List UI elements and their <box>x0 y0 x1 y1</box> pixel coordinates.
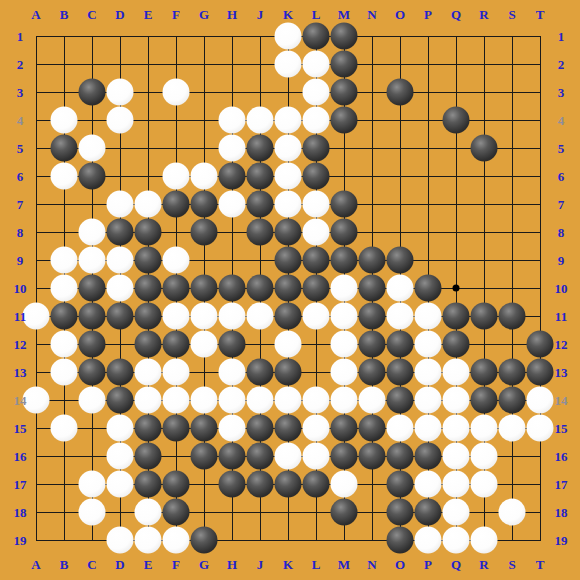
white-stone-K1 <box>275 23 302 50</box>
white-stone-D17 <box>107 471 134 498</box>
black-stone-H6 <box>219 163 246 190</box>
white-stone-F19 <box>163 527 190 554</box>
black-stone-Q11 <box>443 303 470 330</box>
black-stone-G10 <box>191 275 218 302</box>
black-stone-K9 <box>275 247 302 274</box>
white-stone-E13 <box>135 359 162 386</box>
col-label-bottom-F: F <box>172 558 180 571</box>
black-stone-C11 <box>79 303 106 330</box>
row-label-left-11: 11 <box>14 310 26 323</box>
white-stone-B15 <box>51 415 78 442</box>
black-stone-F18 <box>163 499 190 526</box>
white-stone-F13 <box>163 359 190 386</box>
white-stone-Q18 <box>443 499 470 526</box>
white-stone-C18 <box>79 499 106 526</box>
white-stone-M13 <box>331 359 358 386</box>
white-stone-L16 <box>303 443 330 470</box>
black-stone-O17 <box>387 471 414 498</box>
white-stone-D10 <box>107 275 134 302</box>
black-stone-J15 <box>247 415 274 442</box>
black-stone-O9 <box>387 247 414 274</box>
col-label-top-E: E <box>144 8 153 21</box>
white-stone-L2 <box>303 51 330 78</box>
row-label-left-2: 2 <box>17 58 24 71</box>
white-stone-L14 <box>303 387 330 414</box>
white-stone-D7 <box>107 191 134 218</box>
white-stone-G14 <box>191 387 218 414</box>
black-stone-M4 <box>331 107 358 134</box>
col-label-top-J: J <box>257 8 264 21</box>
black-stone-L17 <box>303 471 330 498</box>
white-stone-E18 <box>135 499 162 526</box>
white-stone-B9 <box>51 247 78 274</box>
white-stone-C8 <box>79 219 106 246</box>
black-stone-H17 <box>219 471 246 498</box>
black-stone-G16 <box>191 443 218 470</box>
black-stone-O16 <box>387 443 414 470</box>
white-stone-J4 <box>247 107 274 134</box>
row-label-right-7: 7 <box>558 198 565 211</box>
row-label-left-7: 7 <box>17 198 24 211</box>
row-label-right-4: 4 <box>558 114 565 127</box>
white-stone-K7 <box>275 191 302 218</box>
black-stone-B5 <box>51 135 78 162</box>
black-stone-Q12 <box>443 331 470 358</box>
black-stone-O3 <box>387 79 414 106</box>
black-stone-M9 <box>331 247 358 274</box>
black-stone-R14 <box>471 387 498 414</box>
white-stone-L15 <box>303 415 330 442</box>
black-stone-P16 <box>415 443 442 470</box>
row-label-right-12: 12 <box>555 338 568 351</box>
black-stone-H10 <box>219 275 246 302</box>
white-stone-F6 <box>163 163 190 190</box>
black-stone-R13 <box>471 359 498 386</box>
white-stone-K12 <box>275 331 302 358</box>
col-label-bottom-B: B <box>60 558 69 571</box>
black-stone-J10 <box>247 275 274 302</box>
row-label-right-19: 19 <box>555 534 568 547</box>
black-stone-O18 <box>387 499 414 526</box>
white-stone-Q14 <box>443 387 470 414</box>
col-label-top-K: K <box>283 8 293 21</box>
black-stone-D11 <box>107 303 134 330</box>
black-stone-E15 <box>135 415 162 442</box>
col-label-top-Q: Q <box>451 8 461 21</box>
row-label-left-15: 15 <box>14 422 27 435</box>
white-stone-H5 <box>219 135 246 162</box>
black-stone-G15 <box>191 415 218 442</box>
black-stone-C13 <box>79 359 106 386</box>
white-stone-Q19 <box>443 527 470 554</box>
black-stone-Q4 <box>443 107 470 134</box>
black-stone-N9 <box>359 247 386 274</box>
black-stone-J8 <box>247 219 274 246</box>
row-label-left-8: 8 <box>17 226 24 239</box>
black-stone-J5 <box>247 135 274 162</box>
white-stone-C9 <box>79 247 106 274</box>
white-stone-L11 <box>303 303 330 330</box>
white-stone-E14 <box>135 387 162 414</box>
white-stone-M12 <box>331 331 358 358</box>
black-stone-E12 <box>135 331 162 358</box>
white-stone-L3 <box>303 79 330 106</box>
col-label-top-C: C <box>87 8 96 21</box>
row-label-right-15: 15 <box>555 422 568 435</box>
black-stone-N11 <box>359 303 386 330</box>
black-stone-F15 <box>163 415 190 442</box>
col-label-top-B: B <box>60 8 69 21</box>
col-label-top-O: O <box>395 8 405 21</box>
col-label-top-G: G <box>199 8 209 21</box>
row-label-right-16: 16 <box>555 450 568 463</box>
col-label-top-S: S <box>508 8 515 21</box>
row-label-right-13: 13 <box>555 366 568 379</box>
black-stone-P18 <box>415 499 442 526</box>
white-stone-H4 <box>219 107 246 134</box>
black-stone-N16 <box>359 443 386 470</box>
white-stone-Q16 <box>443 443 470 470</box>
black-stone-S11 <box>499 303 526 330</box>
black-stone-K13 <box>275 359 302 386</box>
col-label-top-L: L <box>312 8 321 21</box>
black-stone-E9 <box>135 247 162 274</box>
black-stone-F17 <box>163 471 190 498</box>
black-stone-J6 <box>247 163 274 190</box>
white-stone-E19 <box>135 527 162 554</box>
row-label-left-16: 16 <box>14 450 27 463</box>
black-stone-K8 <box>275 219 302 246</box>
white-stone-E7 <box>135 191 162 218</box>
row-label-right-14: 14 <box>555 394 568 407</box>
white-stone-K14 <box>275 387 302 414</box>
row-label-right-9: 9 <box>558 254 565 267</box>
black-stone-L9 <box>303 247 330 274</box>
black-stone-T12 <box>527 331 554 358</box>
black-stone-M16 <box>331 443 358 470</box>
white-stone-P19 <box>415 527 442 554</box>
row-label-right-6: 6 <box>558 170 565 183</box>
white-stone-J14 <box>247 387 274 414</box>
white-stone-C5 <box>79 135 106 162</box>
white-stone-L8 <box>303 219 330 246</box>
black-stone-G7 <box>191 191 218 218</box>
row-label-left-3: 3 <box>17 86 24 99</box>
white-stone-G12 <box>191 331 218 358</box>
col-label-top-N: N <box>367 8 376 21</box>
white-stone-R19 <box>471 527 498 554</box>
black-stone-M7 <box>331 191 358 218</box>
black-stone-N12 <box>359 331 386 358</box>
white-stone-D9 <box>107 247 134 274</box>
black-stone-C10 <box>79 275 106 302</box>
white-stone-C17 <box>79 471 106 498</box>
white-stone-B12 <box>51 331 78 358</box>
black-stone-L1 <box>303 23 330 50</box>
black-stone-L10 <box>303 275 330 302</box>
col-label-bottom-C: C <box>87 558 96 571</box>
black-stone-K17 <box>275 471 302 498</box>
black-stone-J13 <box>247 359 274 386</box>
col-label-bottom-O: O <box>395 558 405 571</box>
black-stone-R11 <box>471 303 498 330</box>
col-label-bottom-A: A <box>31 558 40 571</box>
col-label-bottom-M: M <box>338 558 350 571</box>
black-stone-G19 <box>191 527 218 554</box>
white-stone-M10 <box>331 275 358 302</box>
black-stone-N13 <box>359 359 386 386</box>
black-stone-L6 <box>303 163 330 190</box>
white-stone-P12 <box>415 331 442 358</box>
white-stone-F11 <box>163 303 190 330</box>
white-stone-H14 <box>219 387 246 414</box>
white-stone-K6 <box>275 163 302 190</box>
white-stone-P15 <box>415 415 442 442</box>
col-label-bottom-J: J <box>257 558 264 571</box>
black-stone-O13 <box>387 359 414 386</box>
row-label-left-13: 13 <box>14 366 27 379</box>
col-label-bottom-D: D <box>115 558 124 571</box>
black-stone-M8 <box>331 219 358 246</box>
black-stone-K10 <box>275 275 302 302</box>
white-stone-P14 <box>415 387 442 414</box>
black-stone-J17 <box>247 471 274 498</box>
black-stone-N10 <box>359 275 386 302</box>
row-label-left-5: 5 <box>17 142 24 155</box>
col-label-bottom-P: P <box>424 558 432 571</box>
row-label-right-10: 10 <box>555 282 568 295</box>
black-stone-K15 <box>275 415 302 442</box>
white-stone-Q13 <box>443 359 470 386</box>
black-stone-S13 <box>499 359 526 386</box>
black-stone-C3 <box>79 79 106 106</box>
white-stone-O11 <box>387 303 414 330</box>
go-board[interactable]: AABBCCDDEEFFGGHHJJKKLLMMNNOOPPQQRRSSTT11… <box>0 0 580 580</box>
col-label-top-D: D <box>115 8 124 21</box>
black-stone-F10 <box>163 275 190 302</box>
white-stone-D19 <box>107 527 134 554</box>
black-stone-B11 <box>51 303 78 330</box>
col-label-top-A: A <box>31 8 40 21</box>
row-label-left-6: 6 <box>17 170 24 183</box>
white-stone-J11 <box>247 303 274 330</box>
row-label-right-1: 1 <box>558 30 565 43</box>
black-stone-F7 <box>163 191 190 218</box>
black-stone-P10 <box>415 275 442 302</box>
col-label-bottom-L: L <box>312 558 321 571</box>
black-stone-M2 <box>331 51 358 78</box>
white-stone-R15 <box>471 415 498 442</box>
black-stone-M18 <box>331 499 358 526</box>
row-label-left-17: 17 <box>14 478 27 491</box>
white-stone-P13 <box>415 359 442 386</box>
white-stone-O15 <box>387 415 414 442</box>
white-stone-F14 <box>163 387 190 414</box>
white-stone-M11 <box>331 303 358 330</box>
white-stone-P11 <box>415 303 442 330</box>
col-label-top-T: T <box>536 8 545 21</box>
white-stone-B13 <box>51 359 78 386</box>
white-stone-N14 <box>359 387 386 414</box>
black-stone-F12 <box>163 331 190 358</box>
white-stone-B10 <box>51 275 78 302</box>
row-label-right-8: 8 <box>558 226 565 239</box>
black-stone-E17 <box>135 471 162 498</box>
black-stone-C6 <box>79 163 106 190</box>
white-stone-R17 <box>471 471 498 498</box>
white-stone-Q15 <box>443 415 470 442</box>
black-stone-E16 <box>135 443 162 470</box>
black-stone-M15 <box>331 415 358 442</box>
white-stone-L7 <box>303 191 330 218</box>
white-stone-B4 <box>51 107 78 134</box>
black-stone-E10 <box>135 275 162 302</box>
row-label-left-9: 9 <box>17 254 24 267</box>
white-stone-K4 <box>275 107 302 134</box>
black-stone-D14 <box>107 387 134 414</box>
white-stone-M14 <box>331 387 358 414</box>
white-stone-K5 <box>275 135 302 162</box>
black-stone-O12 <box>387 331 414 358</box>
col-label-bottom-S: S <box>508 558 515 571</box>
black-stone-O14 <box>387 387 414 414</box>
white-stone-Q17 <box>443 471 470 498</box>
black-stone-E11 <box>135 303 162 330</box>
white-stone-S18 <box>499 499 526 526</box>
col-label-top-R: R <box>479 8 488 21</box>
col-label-bottom-G: G <box>199 558 209 571</box>
black-stone-E8 <box>135 219 162 246</box>
white-stone-M17 <box>331 471 358 498</box>
white-stone-P17 <box>415 471 442 498</box>
black-stone-S14 <box>499 387 526 414</box>
white-stone-H11 <box>219 303 246 330</box>
white-stone-A11 <box>23 303 50 330</box>
white-stone-F3 <box>163 79 190 106</box>
row-label-right-18: 18 <box>555 506 568 519</box>
white-stone-H7 <box>219 191 246 218</box>
col-label-bottom-Q: Q <box>451 558 461 571</box>
black-stone-C12 <box>79 331 106 358</box>
white-stone-C14 <box>79 387 106 414</box>
black-stone-D8 <box>107 219 134 246</box>
row-label-right-5: 5 <box>558 142 565 155</box>
black-stone-J7 <box>247 191 274 218</box>
white-stone-H13 <box>219 359 246 386</box>
white-stone-B6 <box>51 163 78 190</box>
black-stone-H12 <box>219 331 246 358</box>
col-label-top-H: H <box>227 8 237 21</box>
black-stone-O19 <box>387 527 414 554</box>
row-label-left-4: 4 <box>17 114 24 127</box>
col-label-bottom-H: H <box>227 558 237 571</box>
row-label-right-2: 2 <box>558 58 565 71</box>
white-stone-R16 <box>471 443 498 470</box>
col-label-bottom-E: E <box>144 558 153 571</box>
col-label-top-P: P <box>424 8 432 21</box>
black-stone-H16 <box>219 443 246 470</box>
col-label-bottom-K: K <box>283 558 293 571</box>
row-label-right-3: 3 <box>558 86 565 99</box>
row-label-left-19: 19 <box>14 534 27 547</box>
row-label-right-17: 17 <box>555 478 568 491</box>
row-label-left-1: 1 <box>17 30 24 43</box>
black-stone-L5 <box>303 135 330 162</box>
black-stone-M3 <box>331 79 358 106</box>
black-stone-M1 <box>331 23 358 50</box>
white-stone-S15 <box>499 415 526 442</box>
white-stone-F9 <box>163 247 190 274</box>
white-stone-K2 <box>275 51 302 78</box>
white-stone-T15 <box>527 415 554 442</box>
white-stone-H15 <box>219 415 246 442</box>
white-stone-D16 <box>107 443 134 470</box>
black-stone-D13 <box>107 359 134 386</box>
white-stone-D15 <box>107 415 134 442</box>
white-stone-T14 <box>527 387 554 414</box>
row-label-left-10: 10 <box>14 282 27 295</box>
white-stone-G6 <box>191 163 218 190</box>
col-label-bottom-T: T <box>536 558 545 571</box>
col-label-top-M: M <box>338 8 350 21</box>
white-stone-D3 <box>107 79 134 106</box>
star-point-Q10 <box>453 285 460 292</box>
black-stone-N15 <box>359 415 386 442</box>
white-stone-O10 <box>387 275 414 302</box>
black-stone-G8 <box>191 219 218 246</box>
white-stone-D4 <box>107 107 134 134</box>
white-stone-G11 <box>191 303 218 330</box>
black-stone-T13 <box>527 359 554 386</box>
row-label-right-11: 11 <box>555 310 567 323</box>
black-stone-K11 <box>275 303 302 330</box>
white-stone-L4 <box>303 107 330 134</box>
white-stone-A14 <box>23 387 50 414</box>
black-stone-R5 <box>471 135 498 162</box>
col-label-bottom-N: N <box>367 558 376 571</box>
col-label-top-F: F <box>172 8 180 21</box>
col-label-bottom-R: R <box>479 558 488 571</box>
row-label-left-18: 18 <box>14 506 27 519</box>
row-label-left-14: 14 <box>14 394 27 407</box>
white-stone-K16 <box>275 443 302 470</box>
black-stone-J16 <box>247 443 274 470</box>
row-label-left-12: 12 <box>14 338 27 351</box>
